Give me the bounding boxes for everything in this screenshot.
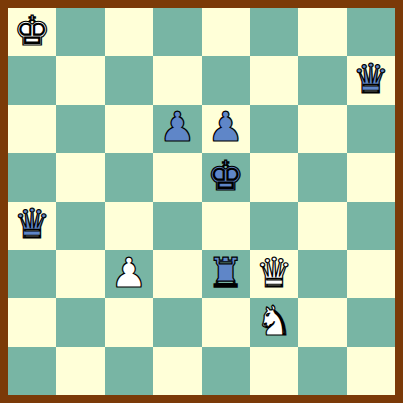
- square-h3[interactable]: [347, 250, 395, 298]
- piece-white-king[interactable]: ♚: [14, 11, 51, 52]
- square-e7[interactable]: [202, 56, 250, 104]
- square-f4[interactable]: [250, 202, 298, 250]
- square-f2[interactable]: ♞: [250, 298, 298, 346]
- square-b3[interactable]: [56, 250, 104, 298]
- square-g2[interactable]: [298, 298, 346, 346]
- square-b5[interactable]: [56, 153, 104, 201]
- piece-black-queen[interactable]: ♛: [352, 59, 389, 100]
- square-c3[interactable]: ♟: [105, 250, 153, 298]
- square-e2[interactable]: [202, 298, 250, 346]
- square-d4[interactable]: [153, 202, 201, 250]
- square-b6[interactable]: [56, 105, 104, 153]
- piece-black-pawn[interactable]: ♟: [159, 107, 196, 148]
- square-a3[interactable]: [8, 250, 56, 298]
- square-d5[interactable]: [153, 153, 201, 201]
- square-c8[interactable]: [105, 8, 153, 56]
- square-h5[interactable]: [347, 153, 395, 201]
- square-b1[interactable]: [56, 347, 104, 395]
- square-c5[interactable]: [105, 153, 153, 201]
- square-e4[interactable]: [202, 202, 250, 250]
- square-f1[interactable]: [250, 347, 298, 395]
- square-c4[interactable]: [105, 202, 153, 250]
- square-g6[interactable]: [298, 105, 346, 153]
- square-f7[interactable]: [250, 56, 298, 104]
- square-h8[interactable]: [347, 8, 395, 56]
- piece-black-pawn[interactable]: ♟: [207, 107, 244, 148]
- square-a7[interactable]: [8, 56, 56, 104]
- piece-white-queen[interactable]: ♛: [256, 253, 293, 294]
- piece-black-rook[interactable]: ♜: [207, 253, 244, 294]
- square-h6[interactable]: [347, 105, 395, 153]
- square-a6[interactable]: [8, 105, 56, 153]
- square-c1[interactable]: [105, 347, 153, 395]
- square-g4[interactable]: [298, 202, 346, 250]
- square-f5[interactable]: [250, 153, 298, 201]
- square-c7[interactable]: [105, 56, 153, 104]
- square-g5[interactable]: [298, 153, 346, 201]
- square-h2[interactable]: [347, 298, 395, 346]
- square-f6[interactable]: [250, 105, 298, 153]
- square-g3[interactable]: [298, 250, 346, 298]
- square-g8[interactable]: [298, 8, 346, 56]
- square-d8[interactable]: [153, 8, 201, 56]
- piece-white-knight[interactable]: ♞: [256, 301, 293, 342]
- square-f8[interactable]: [250, 8, 298, 56]
- piece-black-king[interactable]: ♚: [207, 156, 244, 197]
- square-e1[interactable]: [202, 347, 250, 395]
- square-d1[interactable]: [153, 347, 201, 395]
- square-d3[interactable]: [153, 250, 201, 298]
- square-b4[interactable]: [56, 202, 104, 250]
- square-e8[interactable]: [202, 8, 250, 56]
- square-f3[interactable]: ♛: [250, 250, 298, 298]
- square-a1[interactable]: [8, 347, 56, 395]
- square-b2[interactable]: [56, 298, 104, 346]
- square-h1[interactable]: [347, 347, 395, 395]
- square-e5[interactable]: ♚: [202, 153, 250, 201]
- square-a4[interactable]: ♛: [8, 202, 56, 250]
- square-h4[interactable]: [347, 202, 395, 250]
- square-a2[interactable]: [8, 298, 56, 346]
- square-a5[interactable]: [8, 153, 56, 201]
- piece-black-queen[interactable]: ♛: [14, 204, 51, 245]
- square-a8[interactable]: ♚: [8, 8, 56, 56]
- square-c6[interactable]: [105, 105, 153, 153]
- square-b8[interactable]: [56, 8, 104, 56]
- square-g1[interactable]: [298, 347, 346, 395]
- square-d7[interactable]: [153, 56, 201, 104]
- square-e6[interactable]: ♟: [202, 105, 250, 153]
- square-h7[interactable]: ♛: [347, 56, 395, 104]
- piece-white-pawn[interactable]: ♟: [111, 253, 148, 294]
- square-d6[interactable]: ♟: [153, 105, 201, 153]
- square-d2[interactable]: [153, 298, 201, 346]
- square-b7[interactable]: [56, 56, 104, 104]
- square-e3[interactable]: ♜: [202, 250, 250, 298]
- square-g7[interactable]: [298, 56, 346, 104]
- chess-board: ♚♛♟♟♚♛♟♜♛♞: [0, 0, 403, 403]
- square-c2[interactable]: [105, 298, 153, 346]
